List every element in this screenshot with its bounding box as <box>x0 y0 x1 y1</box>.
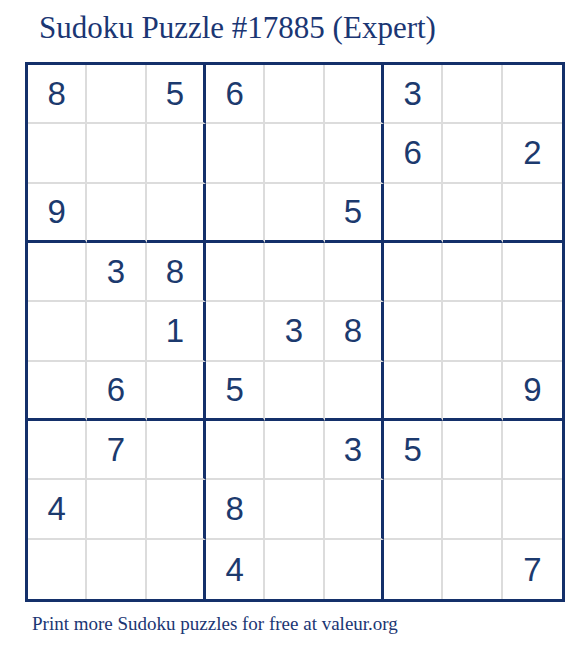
cell-r5c7[interactable] <box>384 302 443 361</box>
cell-r1c6[interactable] <box>325 65 384 124</box>
page-title: Sudoku Puzzle #17885 (Expert) <box>39 10 436 46</box>
cell-r7c9[interactable] <box>503 421 562 480</box>
cell-r2c4[interactable] <box>206 124 265 183</box>
sudoku-page: Sudoku Puzzle #17885 (Expert) 8563629538… <box>0 0 580 651</box>
cell-r5c1[interactable] <box>28 302 87 361</box>
sudoku-grid: 85636295381386597354847 <box>25 62 565 602</box>
cell-r6c3[interactable] <box>147 362 206 421</box>
cell-r3c9[interactable] <box>503 184 562 243</box>
cell-r8c6[interactable] <box>325 480 384 539</box>
cell-r1c3[interactable]: 5 <box>147 65 206 124</box>
cell-r9c9[interactable]: 7 <box>503 540 562 599</box>
cell-r2c6[interactable] <box>325 124 384 183</box>
cell-r3c2[interactable] <box>87 184 146 243</box>
cell-r9c8[interactable] <box>443 540 502 599</box>
cell-r2c8[interactable] <box>443 124 502 183</box>
cell-r3c6[interactable]: 5 <box>325 184 384 243</box>
cell-r1c9[interactable] <box>503 65 562 124</box>
cell-r2c7[interactable]: 6 <box>384 124 443 183</box>
cell-r6c4[interactable]: 5 <box>206 362 265 421</box>
cell-r4c6[interactable] <box>325 243 384 302</box>
cell-r8c1[interactable]: 4 <box>28 480 87 539</box>
cell-r5c6[interactable]: 8 <box>325 302 384 361</box>
cell-r9c1[interactable] <box>28 540 87 599</box>
cell-r7c3[interactable] <box>147 421 206 480</box>
cell-r4c2[interactable]: 3 <box>87 243 146 302</box>
cell-r7c1[interactable] <box>28 421 87 480</box>
cell-r4c5[interactable] <box>265 243 324 302</box>
cell-r2c2[interactable] <box>87 124 146 183</box>
cell-r4c4[interactable] <box>206 243 265 302</box>
cell-r9c7[interactable] <box>384 540 443 599</box>
cell-r2c1[interactable] <box>28 124 87 183</box>
cell-r1c4[interactable]: 6 <box>206 65 265 124</box>
cell-r4c3[interactable]: 8 <box>147 243 206 302</box>
cell-r3c7[interactable] <box>384 184 443 243</box>
cell-r9c6[interactable] <box>325 540 384 599</box>
cell-r5c2[interactable] <box>87 302 146 361</box>
cell-r4c7[interactable] <box>384 243 443 302</box>
cell-r9c5[interactable] <box>265 540 324 599</box>
cell-r9c3[interactable] <box>147 540 206 599</box>
cell-r6c2[interactable]: 6 <box>87 362 146 421</box>
cell-r7c4[interactable] <box>206 421 265 480</box>
cell-r3c1[interactable]: 9 <box>28 184 87 243</box>
cell-r6c5[interactable] <box>265 362 324 421</box>
cell-r6c1[interactable] <box>28 362 87 421</box>
cell-r8c8[interactable] <box>443 480 502 539</box>
cell-r7c7[interactable]: 5 <box>384 421 443 480</box>
cell-r9c2[interactable] <box>87 540 146 599</box>
cell-r8c2[interactable] <box>87 480 146 539</box>
cell-r3c3[interactable] <box>147 184 206 243</box>
cell-r8c5[interactable] <box>265 480 324 539</box>
cell-r1c7[interactable]: 3 <box>384 65 443 124</box>
cell-r2c9[interactable]: 2 <box>503 124 562 183</box>
cell-r5c5[interactable]: 3 <box>265 302 324 361</box>
cell-r3c5[interactable] <box>265 184 324 243</box>
footer-text: Print more Sudoku puzzles for free at va… <box>32 613 398 635</box>
cell-r8c7[interactable] <box>384 480 443 539</box>
cell-r6c8[interactable] <box>443 362 502 421</box>
cell-r4c1[interactable] <box>28 243 87 302</box>
cell-r5c8[interactable] <box>443 302 502 361</box>
cell-r1c5[interactable] <box>265 65 324 124</box>
cell-r7c8[interactable] <box>443 421 502 480</box>
cell-r4c9[interactable] <box>503 243 562 302</box>
cell-r3c4[interactable] <box>206 184 265 243</box>
cell-r5c4[interactable] <box>206 302 265 361</box>
cell-r8c4[interactable]: 8 <box>206 480 265 539</box>
cell-r2c3[interactable] <box>147 124 206 183</box>
cell-r6c7[interactable] <box>384 362 443 421</box>
cell-r8c9[interactable] <box>503 480 562 539</box>
cell-r7c2[interactable]: 7 <box>87 421 146 480</box>
cell-r5c9[interactable] <box>503 302 562 361</box>
cell-r2c5[interactable] <box>265 124 324 183</box>
cell-r4c8[interactable] <box>443 243 502 302</box>
cell-r1c2[interactable] <box>87 65 146 124</box>
cell-r1c1[interactable]: 8 <box>28 65 87 124</box>
cell-r6c9[interactable]: 9 <box>503 362 562 421</box>
cell-r8c3[interactable] <box>147 480 206 539</box>
cell-r1c8[interactable] <box>443 65 502 124</box>
cell-r7c6[interactable]: 3 <box>325 421 384 480</box>
cell-r3c8[interactable] <box>443 184 502 243</box>
cell-r7c5[interactable] <box>265 421 324 480</box>
cell-r9c4[interactable]: 4 <box>206 540 265 599</box>
cell-r6c6[interactable] <box>325 362 384 421</box>
cell-r5c3[interactable]: 1 <box>147 302 206 361</box>
